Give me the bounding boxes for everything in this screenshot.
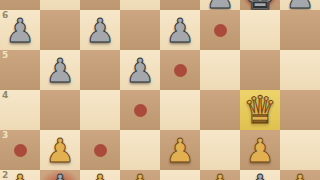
square-a6[interactable]: 6♟ [0,10,40,50]
white-pawn-e3[interactable]: ♟ [160,130,200,170]
square-a3[interactable]: 3 [0,130,40,170]
square-g6[interactable] [240,10,280,50]
rank-label-4: 4 [2,91,8,100]
black-pawn-d5[interactable]: ♟ [120,50,160,90]
black-pawn-c6[interactable]: ♟ [80,10,120,50]
square-e2[interactable] [160,170,200,180]
square-g4[interactable]: ♛ [240,90,280,130]
white-pawn-c2[interactable]: ♟ [80,166,120,180]
black-pawn-b5[interactable]: ♟ [40,50,80,90]
square-d3[interactable] [120,130,160,170]
square-h6[interactable] [280,10,320,50]
white-pawn-d2[interactable]: ♟ [120,166,160,180]
move-hint-dot-c3[interactable] [94,144,107,157]
square-f4[interactable] [200,90,240,130]
square-c7[interactable] [80,0,120,10]
white-pawn-a2[interactable]: ♟ [0,166,40,180]
square-b7[interactable] [40,0,80,10]
white-queen-g4[interactable]: ♛ [240,90,280,130]
black-pawn-a6[interactable]: ♟ [0,10,40,50]
square-g7[interactable]: ♚ [240,0,280,10]
square-g2[interactable]: ♟ [240,170,280,180]
square-d2[interactable]: ♟ [120,170,160,180]
square-c4[interactable] [80,90,120,130]
square-h5[interactable] [280,50,320,90]
white-pawn-g3[interactable]: ♟ [240,130,280,170]
white-pawn-b3[interactable]: ♟ [40,130,80,170]
rank-label-5: 5 [2,51,8,60]
square-c3[interactable] [80,130,120,170]
square-h4[interactable] [280,90,320,130]
move-hint-dot-f6[interactable] [214,24,227,37]
square-e3[interactable]: ♟ [160,130,200,170]
chess-board-viewport: ♟♚♟6♟♟♟5♟♟4♛3♟♟♟2♟♟♟♟♟♟♟ [0,0,320,180]
square-e6[interactable]: ♟ [160,10,200,50]
square-e4[interactable] [160,90,200,130]
square-d6[interactable] [120,10,160,50]
square-b5[interactable]: ♟ [40,50,80,90]
square-f3[interactable] [200,130,240,170]
square-h2[interactable]: ♟ [280,170,320,180]
chess-board: ♟♚♟6♟♟♟5♟♟4♛3♟♟♟2♟♟♟♟♟♟♟ [0,0,320,180]
square-c5[interactable] [80,50,120,90]
square-e7[interactable] [160,0,200,10]
white-pawn-h2[interactable]: ♟ [280,166,320,180]
black-pawn-b2[interactable]: ♟ [40,166,80,180]
square-d4[interactable] [120,90,160,130]
square-h7[interactable]: ♟ [280,0,320,10]
square-e5[interactable] [160,50,200,90]
square-f5[interactable] [200,50,240,90]
black-pawn-e6[interactable]: ♟ [160,10,200,50]
square-a5[interactable]: 5 [0,50,40,90]
square-a4[interactable]: 4 [0,90,40,130]
move-hint-dot-e5[interactable] [174,64,187,77]
square-f2[interactable]: ♟ [200,170,240,180]
rank-label-3: 3 [2,131,8,140]
square-a2[interactable]: 2♟ [0,170,40,180]
square-a7[interactable] [0,0,40,10]
square-g5[interactable] [240,50,280,90]
square-b6[interactable] [40,10,80,50]
square-b3[interactable]: ♟ [40,130,80,170]
square-b4[interactable] [40,90,80,130]
square-d7[interactable] [120,0,160,10]
white-pawn-f2[interactable]: ♟ [200,166,240,180]
square-c2[interactable]: ♟ [80,170,120,180]
move-hint-dot-a3[interactable] [14,144,27,157]
square-f6[interactable] [200,10,240,50]
black-pawn-g2[interactable]: ♟ [240,166,280,180]
square-h3[interactable] [280,130,320,170]
square-g3[interactable]: ♟ [240,130,280,170]
square-f7[interactable]: ♟ [200,0,240,10]
square-c6[interactable]: ♟ [80,10,120,50]
move-hint-dot-d4[interactable] [134,104,147,117]
square-d5[interactable]: ♟ [120,50,160,90]
square-b2[interactable]: ♟ [40,170,80,180]
